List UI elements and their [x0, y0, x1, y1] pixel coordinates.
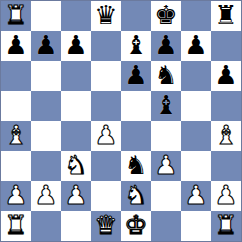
piece-black-pawn[interactable]: ♟ — [124, 61, 147, 90]
piece-white-queen[interactable]: ♛ — [94, 211, 117, 240]
square-b4[interactable] — [31, 121, 61, 151]
square-e7[interactable]: ♝ — [121, 31, 151, 61]
square-b8[interactable] — [31, 1, 61, 31]
piece-black-rook[interactable]: ♜ — [214, 1, 237, 30]
square-f8[interactable]: ♚ — [151, 1, 181, 31]
square-e8[interactable] — [121, 1, 151, 31]
square-f6[interactable]: ♞ — [151, 61, 181, 91]
square-f1[interactable] — [151, 211, 181, 241]
square-d3[interactable] — [91, 151, 121, 181]
piece-white-pawn[interactable]: ♟ — [34, 181, 57, 210]
square-a1[interactable]: ♜ — [1, 211, 31, 241]
square-b5[interactable] — [31, 91, 61, 121]
square-d4[interactable]: ♟ — [91, 121, 121, 151]
square-b1[interactable] — [31, 211, 61, 241]
piece-black-pawn[interactable]: ♟ — [4, 31, 27, 60]
square-h5[interactable] — [211, 91, 241, 121]
square-g7[interactable]: ♟ — [181, 31, 211, 61]
piece-white-pawn[interactable]: ♟ — [214, 181, 237, 210]
square-f7[interactable]: ♟ — [151, 31, 181, 61]
piece-white-rook[interactable]: ♜ — [214, 211, 237, 240]
square-h3[interactable] — [211, 151, 241, 181]
piece-black-bishop[interactable]: ♝ — [154, 91, 177, 120]
square-f2[interactable] — [151, 181, 181, 211]
square-f3[interactable]: ♟ — [151, 151, 181, 181]
square-d1[interactable]: ♛ — [91, 211, 121, 241]
piece-black-pawn[interactable]: ♟ — [184, 31, 207, 60]
square-g3[interactable] — [181, 151, 211, 181]
piece-black-king[interactable]: ♚ — [154, 1, 177, 30]
piece-white-rook[interactable]: ♜ — [4, 211, 27, 240]
piece-white-king[interactable]: ♚ — [124, 211, 147, 240]
square-h2[interactable]: ♟ — [211, 181, 241, 211]
piece-black-pawn[interactable]: ♟ — [154, 31, 177, 60]
piece-black-queen[interactable]: ♛ — [94, 1, 117, 30]
square-f4[interactable] — [151, 121, 181, 151]
square-d8[interactable]: ♛ — [91, 1, 121, 31]
square-e2[interactable]: ♞ — [121, 181, 151, 211]
square-g6[interactable] — [181, 61, 211, 91]
square-h8[interactable]: ♜ — [211, 1, 241, 31]
square-c3[interactable]: ♞ — [61, 151, 91, 181]
square-c5[interactable] — [61, 91, 91, 121]
chess-board: ♜♛♚♜♟♟♟♝♟♟♟♞♟♝♝♟♝♞♞♟♟♟♟♞♟♟♜♛♚♜ — [0, 0, 242, 242]
square-d7[interactable] — [91, 31, 121, 61]
square-h1[interactable]: ♜ — [211, 211, 241, 241]
square-b7[interactable]: ♟ — [31, 31, 61, 61]
square-c7[interactable]: ♟ — [61, 31, 91, 61]
square-a2[interactable]: ♟ — [1, 181, 31, 211]
square-h4[interactable]: ♝ — [211, 121, 241, 151]
square-b6[interactable] — [31, 61, 61, 91]
square-g2[interactable]: ♟ — [181, 181, 211, 211]
piece-black-bishop[interactable]: ♝ — [124, 31, 147, 60]
square-e4[interactable] — [121, 121, 151, 151]
square-c8[interactable] — [61, 1, 91, 31]
piece-white-bishop[interactable]: ♝ — [214, 121, 237, 150]
square-a4[interactable]: ♝ — [1, 121, 31, 151]
piece-white-pawn[interactable]: ♟ — [4, 181, 27, 210]
piece-white-pawn[interactable]: ♟ — [184, 181, 207, 210]
piece-white-pawn[interactable]: ♟ — [94, 121, 117, 150]
piece-black-pawn[interactable]: ♟ — [214, 61, 237, 90]
square-c2[interactable]: ♟ — [61, 181, 91, 211]
square-a8[interactable]: ♜ — [1, 1, 31, 31]
square-h7[interactable] — [211, 31, 241, 61]
square-d2[interactable] — [91, 181, 121, 211]
square-c6[interactable] — [61, 61, 91, 91]
square-c1[interactable] — [61, 211, 91, 241]
square-d6[interactable] — [91, 61, 121, 91]
piece-black-pawn[interactable]: ♟ — [34, 31, 57, 60]
square-a5[interactable] — [1, 91, 31, 121]
square-a6[interactable] — [1, 61, 31, 91]
piece-white-pawn[interactable]: ♟ — [154, 151, 177, 180]
piece-white-knight[interactable]: ♞ — [64, 151, 87, 180]
square-d5[interactable] — [91, 91, 121, 121]
square-g4[interactable] — [181, 121, 211, 151]
piece-black-pawn[interactable]: ♟ — [64, 31, 87, 60]
square-e6[interactable]: ♟ — [121, 61, 151, 91]
piece-white-bishop[interactable]: ♝ — [4, 121, 27, 150]
piece-white-knight[interactable]: ♞ — [124, 181, 147, 210]
square-b2[interactable]: ♟ — [31, 181, 61, 211]
piece-black-knight[interactable]: ♞ — [154, 61, 177, 90]
square-c4[interactable] — [61, 121, 91, 151]
square-e3[interactable]: ♞ — [121, 151, 151, 181]
piece-white-pawn[interactable]: ♟ — [64, 181, 87, 210]
square-a7[interactable]: ♟ — [1, 31, 31, 61]
piece-white-rook[interactable]: ♜ — [4, 1, 27, 30]
piece-black-knight[interactable]: ♞ — [124, 151, 147, 180]
square-g1[interactable] — [181, 211, 211, 241]
square-a3[interactable] — [1, 151, 31, 181]
square-b3[interactable] — [31, 151, 61, 181]
square-e1[interactable]: ♚ — [121, 211, 151, 241]
square-h6[interactable]: ♟ — [211, 61, 241, 91]
square-g5[interactable] — [181, 91, 211, 121]
square-f5[interactable]: ♝ — [151, 91, 181, 121]
square-g8[interactable] — [181, 1, 211, 31]
square-e5[interactable] — [121, 91, 151, 121]
